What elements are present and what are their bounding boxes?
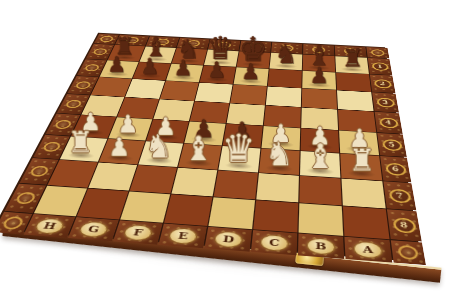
file-label: D (215, 231, 243, 247)
piece-light-queen: ♛ (222, 130, 256, 169)
square-a6: ♜ (340, 153, 382, 180)
square-c6: ♞ (259, 149, 300, 176)
border-right-rank-cell: 6 (380, 156, 411, 183)
piece-dark-pawn: ♟ (140, 56, 159, 77)
rank-label: 4 (379, 117, 399, 128)
square-h2: ♟ (100, 60, 139, 78)
border-right-rank-cell: 8 (387, 209, 422, 241)
square-d7 (214, 170, 258, 199)
square-f8 (120, 191, 170, 222)
rank-label: 3 (376, 97, 395, 107)
piece-dark-pawn: ♟ (241, 61, 260, 83)
border-bottom-file-cell: D (204, 227, 252, 252)
border-right-rank-cell: 5 (377, 133, 407, 157)
border-ornament-icon (92, 48, 108, 55)
border-right-rank-cell: 4 (375, 112, 403, 134)
file-label: F (124, 225, 153, 241)
square-b8 (299, 203, 344, 236)
square-h3 (91, 77, 132, 97)
square-f7 (130, 165, 177, 193)
square-g6: ♟ (99, 139, 145, 165)
square-c8 (253, 200, 298, 232)
square-b3 (302, 88, 337, 109)
file-label: G (79, 221, 109, 237)
border-ornament-icon (14, 192, 37, 205)
square-a2 (336, 73, 371, 92)
square-e2: ♟ (200, 66, 236, 85)
chess-board: ♜♝♞♛♚♞♝♜1♟♟♟♟♟♟234♟♟♟♟♟♟♟♟5♜♟♞♝♛♞♝♜678HG… (0, 34, 419, 261)
piece-light-bishop: ♝ (306, 140, 335, 174)
square-g2: ♟ (133, 62, 171, 80)
square-b6: ♝ (300, 151, 340, 178)
file-label: B (308, 238, 335, 254)
border-bottom-file-cell: G (68, 217, 119, 241)
square-a1: ♜ (335, 56, 369, 74)
square-e6: ♝ (178, 144, 221, 170)
border-right-rank-cell: 3 (372, 92, 399, 112)
border-ornament-icon (99, 36, 114, 43)
square-a7 (341, 179, 385, 209)
square-b2: ♟ (302, 71, 336, 90)
chess-set-photo: ♜♝♞♛♚♞♝♜1♟♟♟♟♟♟234♟♟♟♟♟♟♟♟5♜♟♞♝♛♞♝♜678HG… (0, 0, 450, 297)
square-g3 (125, 79, 165, 99)
square-c7 (256, 173, 299, 202)
piece-light-rook: ♜ (348, 146, 375, 177)
file-label: E (169, 228, 198, 244)
square-g7 (88, 162, 137, 190)
square-e3 (195, 83, 233, 103)
piece-dark-pawn: ♟ (107, 54, 126, 75)
board-frame: ♜♝♞♛♚♞♝♜1♟♟♟♟♟♟234♟♟♟♟♟♟♟♟5♜♟♞♝♛♞♝♜678HG… (0, 34, 419, 261)
border-ornament-icon (397, 245, 419, 260)
piece-dark-pawn: ♟ (310, 65, 329, 87)
piece-light-knight: ♞ (145, 131, 173, 163)
border-ornament-icon (84, 64, 101, 72)
border-bottom-file-cell: C (251, 230, 297, 255)
border-bottom-file-cell: A (344, 237, 392, 263)
border-bottom-file-cell: B (298, 233, 344, 259)
piece-light-pawn: ♟ (108, 135, 130, 160)
border-ornament-icon (74, 81, 92, 89)
square-d8 (208, 197, 255, 229)
rank-label: 7 (388, 188, 411, 203)
rank-label: 2 (373, 79, 391, 89)
piece-dark-knight: ♞ (274, 41, 297, 67)
square-c2 (268, 69, 302, 88)
border-bottom-file-cell: F (113, 220, 163, 244)
border-corner-top-right (366, 47, 389, 58)
square-d3 (230, 85, 267, 105)
rank-label: 5 (381, 139, 402, 151)
piece-dark-rook: ♜ (342, 46, 363, 71)
rank-label: 1 (371, 62, 388, 71)
square-c3 (266, 87, 301, 107)
piece-light-bishop: ♝ (184, 132, 213, 165)
square-e8 (164, 194, 212, 226)
file-label: H (34, 218, 65, 233)
square-d6: ♛ (218, 146, 260, 172)
border-bottom-file-cell: E (158, 224, 207, 249)
border-ornament-icon (371, 49, 385, 56)
rank-label: 6 (385, 162, 407, 176)
piece-dark-pawn: ♟ (174, 58, 193, 80)
square-a3 (337, 90, 374, 111)
square-f2: ♟ (166, 64, 203, 82)
border-ornament-icon (29, 165, 51, 177)
rank-label: 8 (392, 217, 417, 234)
piece-light-knight: ♞ (265, 138, 293, 170)
square-b7 (299, 176, 341, 206)
square-d2: ♟ (234, 67, 269, 86)
square-a8 (343, 206, 390, 239)
file-label: C (261, 234, 288, 250)
border-bottom-file-cell: H (24, 214, 76, 238)
border-ornament-icon (1, 216, 25, 230)
border-right-rank-cell: 2 (370, 74, 396, 93)
border-right-rank-cell: 7 (383, 181, 416, 210)
file-label: A (354, 241, 382, 258)
square-f3 (160, 81, 199, 101)
square-f6: ♞ (138, 141, 183, 167)
piece-dark-pawn: ♟ (207, 59, 226, 81)
piece-light-rook: ♜ (67, 128, 93, 158)
square-e7 (171, 168, 217, 197)
border-right-rank-cell: 1 (368, 58, 393, 75)
square-c1: ♞ (270, 53, 303, 70)
border-corner-bottom-right (391, 240, 426, 265)
border-ornament-icon (42, 141, 62, 152)
